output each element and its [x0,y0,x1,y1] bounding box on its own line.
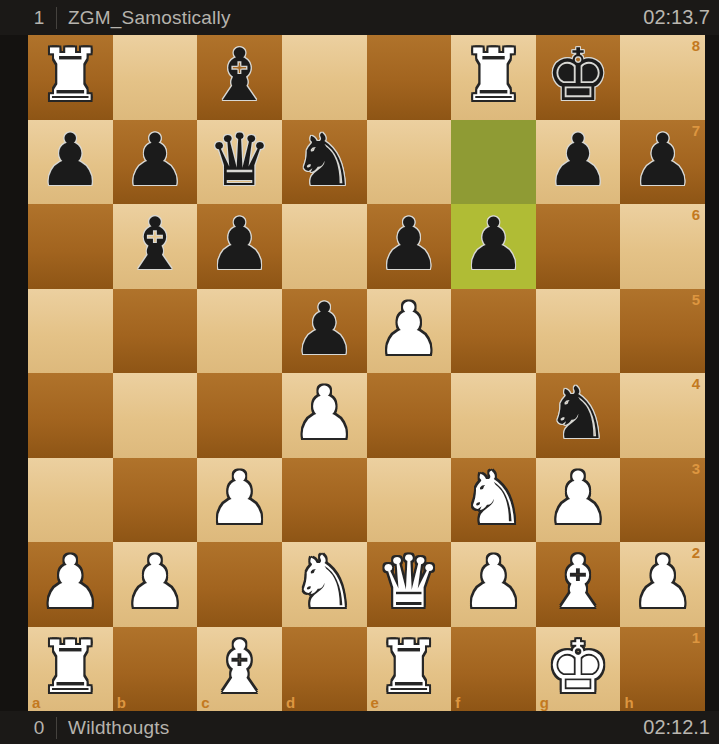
white-rook-e1: ♜ [377,625,442,709]
square-d2[interactable]: ♞ [282,542,367,627]
square-b8[interactable] [113,35,198,120]
bottom-player-clock: 02:12.1 [643,716,710,739]
square-e5[interactable]: ♟ [367,289,452,374]
square-f2[interactable]: ♟ [451,542,536,627]
file-label-h: h [624,694,633,711]
square-b6[interactable]: ♝ [113,204,198,289]
rank-label-8: 8 [692,37,700,54]
file-label-a: a [32,694,40,711]
square-d8[interactable] [282,35,367,120]
square-f1[interactable]: f [451,627,536,712]
bottom-player-name: Wildthougts [68,717,169,739]
square-h7[interactable]: ♟7 [620,120,705,205]
rank-label-6: 6 [692,206,700,223]
square-h3[interactable]: 3 [620,458,705,543]
square-g4[interactable]: ♞ [536,373,621,458]
top-player-name: ZGM_Samostically [68,7,231,29]
square-h2[interactable]: ♟2 [620,542,705,627]
file-label-g: g [540,694,549,711]
white-pawn-d4: ♟ [292,371,357,455]
square-c8[interactable]: ♝ [197,35,282,120]
square-f7[interactable] [451,120,536,205]
square-c5[interactable] [197,289,282,374]
square-b1[interactable]: b [113,627,198,712]
score-name-divider [56,7,57,29]
black-pawn-e6: ♟ [377,202,442,286]
square-h1[interactable]: 1h [620,627,705,712]
square-c4[interactable] [197,373,282,458]
square-b2[interactable]: ♟ [113,542,198,627]
square-d7[interactable]: ♞ [282,120,367,205]
black-bishop-b6: ♝ [123,202,188,286]
chess-board: ♜♝♜♚8♟♟♛♞♟♟7♝♟♟♟6♟♟5♟♞4♟♞♟3♟♟♞♛♟♝♟2♜ab♝c… [28,35,705,711]
white-bishop-c1: ♝ [207,625,272,709]
white-rook-f8: ♜ [461,33,526,117]
file-label-c: c [201,694,209,711]
game-window: 1 ZGM_Samostically 02:13.7 ♜♝♜♚8♟♟♛♞♟♟7♝… [0,0,719,744]
square-d5[interactable]: ♟ [282,289,367,374]
square-e7[interactable] [367,120,452,205]
board-area: ♜♝♜♚8♟♟♛♞♟♟7♝♟♟♟6♟♟5♟♞4♟♞♟3♟♟♞♛♟♝♟2♜ab♝c… [0,35,719,711]
file-label-d: d [286,694,295,711]
square-e4[interactable] [367,373,452,458]
white-knight-d2: ♞ [292,540,357,624]
square-g6[interactable] [536,204,621,289]
square-e6[interactable]: ♟ [367,204,452,289]
black-king-g8: ♚ [546,33,611,117]
top-player-score: 1 [33,7,45,29]
square-d1[interactable]: d [282,627,367,712]
file-label-f: f [455,694,460,711]
square-a7[interactable]: ♟ [28,120,113,205]
square-g3[interactable]: ♟ [536,458,621,543]
white-pawn-g3: ♟ [546,456,611,540]
square-f3[interactable]: ♞ [451,458,536,543]
square-g1[interactable]: ♚g [536,627,621,712]
square-g2[interactable]: ♝ [536,542,621,627]
square-d4[interactable]: ♟ [282,373,367,458]
white-pawn-e5: ♟ [377,287,442,371]
black-pawn-c6: ♟ [207,202,272,286]
square-h8[interactable]: 8 [620,35,705,120]
square-b3[interactable] [113,458,198,543]
square-f6[interactable]: ♟ [451,204,536,289]
square-h5[interactable]: 5 [620,289,705,374]
file-label-e: e [371,694,379,711]
square-f4[interactable] [451,373,536,458]
file-label-b: b [117,694,126,711]
square-a6[interactable] [28,204,113,289]
rank-label-1: 1 [692,629,700,646]
square-e8[interactable] [367,35,452,120]
white-pawn-c3: ♟ [207,456,272,540]
square-h6[interactable]: 6 [620,204,705,289]
square-c7[interactable]: ♛ [197,120,282,205]
square-d3[interactable] [282,458,367,543]
bottom-player-bar: 0 Wildthougts 02:12.1 [0,711,719,744]
square-f8[interactable]: ♜ [451,35,536,120]
black-pawn-g7: ♟ [546,118,611,202]
white-bishop-g2: ♝ [546,540,611,624]
white-knight-f3: ♞ [461,456,526,540]
white-rook-a8: ♜ [38,33,103,117]
square-g5[interactable] [536,289,621,374]
square-c2[interactable] [197,542,282,627]
black-knight-d7: ♞ [292,118,357,202]
top-player-bar: 1 ZGM_Samostically 02:13.7 [0,0,719,35]
square-a3[interactable] [28,458,113,543]
square-e1[interactable]: ♜e [367,627,452,712]
top-player-clock: 02:13.7 [643,6,710,29]
rank-label-4: 4 [692,375,700,392]
black-pawn-d5: ♟ [292,287,357,371]
square-d6[interactable] [282,204,367,289]
square-a5[interactable] [28,289,113,374]
square-c1[interactable]: ♝c [197,627,282,712]
white-pawn-b2: ♟ [123,540,188,624]
score-name-divider [56,717,57,739]
black-bishop-c8: ♝ [207,33,272,117]
black-pawn-b7: ♟ [123,118,188,202]
black-pawn-a7: ♟ [38,118,103,202]
square-g8[interactable]: ♚ [536,35,621,120]
square-h4[interactable]: 4 [620,373,705,458]
white-pawn-f2: ♟ [461,540,526,624]
white-queen-e2: ♛ [377,540,442,624]
square-c3[interactable]: ♟ [197,458,282,543]
square-a8[interactable]: ♜ [28,35,113,120]
square-e2[interactable]: ♛ [367,542,452,627]
black-pawn-f6: ♟ [461,202,526,286]
rank-label-7: 7 [692,122,700,139]
white-pawn-a2: ♟ [38,540,103,624]
square-a2[interactable]: ♟ [28,542,113,627]
black-queen-c7: ♛ [207,118,272,202]
square-b7[interactable]: ♟ [113,120,198,205]
white-king-g1: ♚ [546,625,611,709]
black-knight-g4: ♞ [546,371,611,455]
square-a1[interactable]: ♜a [28,627,113,712]
square-e3[interactable] [367,458,452,543]
rank-label-5: 5 [692,291,700,308]
rank-label-2: 2 [692,544,700,561]
white-pawn-h2: ♟ [630,540,695,624]
square-b5[interactable] [113,289,198,374]
square-c6[interactable]: ♟ [197,204,282,289]
square-f5[interactable] [451,289,536,374]
square-b4[interactable] [113,373,198,458]
square-a4[interactable] [28,373,113,458]
rank-label-3: 3 [692,460,700,477]
bottom-player-score: 0 [33,717,45,739]
black-pawn-h7: ♟ [630,118,695,202]
white-rook-a1: ♜ [38,625,103,709]
square-g7[interactable]: ♟ [536,120,621,205]
